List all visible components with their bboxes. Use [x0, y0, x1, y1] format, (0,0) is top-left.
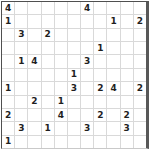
- cell-r10c11[interactable]: [134, 122, 146, 134]
- cell-r9c8: 2: [94, 109, 106, 121]
- cell-r11c2[interactable]: [15, 136, 27, 148]
- cell-r6c3[interactable]: [28, 69, 40, 81]
- cell-r9c5: 4: [55, 109, 67, 121]
- cell-r2c4[interactable]: [42, 15, 54, 27]
- cell-r11c1: 1: [2, 136, 14, 148]
- cell-r4c1[interactable]: [2, 42, 14, 54]
- cell-r3c4: 2: [42, 29, 54, 41]
- cell-r5c5[interactable]: [55, 55, 67, 67]
- cell-r10c5[interactable]: [55, 122, 67, 134]
- cell-r4c5[interactable]: [55, 42, 67, 54]
- cell-r9c1: 2: [2, 109, 14, 121]
- cell-r8c2[interactable]: [15, 96, 27, 108]
- cell-r2c5[interactable]: [55, 15, 67, 27]
- cell-r5c10[interactable]: [121, 55, 133, 67]
- cell-r2c7[interactable]: [81, 15, 93, 27]
- cell-r11c11[interactable]: [134, 136, 146, 148]
- cell-r2c11: 2: [134, 15, 146, 27]
- cell-r10c3[interactable]: [28, 122, 40, 134]
- cell-r1c8[interactable]: [94, 2, 106, 14]
- cell-r2c9: 1: [107, 15, 119, 27]
- cell-r6c7[interactable]: [81, 69, 93, 81]
- cell-r7c6: 3: [68, 82, 80, 94]
- cell-r7c9: 4: [107, 82, 119, 94]
- cell-r7c10[interactable]: [121, 82, 133, 94]
- cell-r11c7[interactable]: [81, 136, 93, 148]
- cell-r8c7[interactable]: [81, 96, 93, 108]
- cell-r5c7: 3: [81, 55, 93, 67]
- cell-r7c5[interactable]: [55, 82, 67, 94]
- cell-r10c1[interactable]: [2, 122, 14, 134]
- cell-r4c7[interactable]: [81, 42, 93, 54]
- cell-r8c5: 1: [55, 96, 67, 108]
- cell-r8c6[interactable]: [68, 96, 80, 108]
- cell-r3c3[interactable]: [28, 29, 40, 41]
- cell-r6c6: 1: [68, 69, 80, 81]
- cell-r5c1[interactable]: [2, 55, 14, 67]
- cell-r10c4: 1: [42, 122, 54, 134]
- cell-r6c8[interactable]: [94, 69, 106, 81]
- cell-r9c7[interactable]: [81, 109, 93, 121]
- cell-r11c10[interactable]: [121, 136, 133, 148]
- cell-r5c11[interactable]: [134, 55, 146, 67]
- cell-r3c10[interactable]: [121, 29, 133, 41]
- cell-r3c8[interactable]: [94, 29, 106, 41]
- cell-r9c3[interactable]: [28, 109, 40, 121]
- cell-r6c4[interactable]: [42, 69, 54, 81]
- cell-r9c6[interactable]: [68, 109, 80, 121]
- cell-r11c4[interactable]: [42, 136, 54, 148]
- cell-r7c4[interactable]: [42, 82, 54, 94]
- cell-r4c6[interactable]: [68, 42, 80, 54]
- cell-r4c10[interactable]: [121, 42, 133, 54]
- cell-r7c7[interactable]: [81, 82, 93, 94]
- cell-r3c5[interactable]: [55, 29, 67, 41]
- cell-r10c2: 3: [15, 122, 27, 134]
- cell-r6c2[interactable]: [15, 69, 27, 81]
- cell-r1c1: 4: [2, 2, 14, 14]
- cell-r10c10: 3: [121, 122, 133, 134]
- cell-r2c6[interactable]: [68, 15, 80, 27]
- cell-r9c10: 2: [121, 109, 133, 121]
- cell-r1c2[interactable]: [15, 2, 27, 14]
- cell-r7c8: 2: [94, 82, 106, 94]
- cell-r1c10[interactable]: [121, 2, 133, 14]
- cell-r8c11[interactable]: [134, 96, 146, 108]
- cell-r6c9[interactable]: [107, 69, 119, 81]
- cell-r7c1: 1: [2, 82, 14, 94]
- cell-r8c1[interactable]: [2, 96, 14, 108]
- cell-r6c11[interactable]: [134, 69, 146, 81]
- cell-r1c7: 4: [81, 2, 93, 14]
- cell-r11c3[interactable]: [28, 136, 40, 148]
- cell-r9c2[interactable]: [15, 109, 27, 121]
- cell-r8c4[interactable]: [42, 96, 54, 108]
- puzzle-board: 4411232114311324221242231331: [1, 1, 149, 149]
- cell-r1c4[interactable]: [42, 2, 54, 14]
- cell-r4c3[interactable]: [28, 42, 40, 54]
- cell-r2c2[interactable]: [15, 15, 27, 27]
- cell-r11c9[interactable]: [107, 136, 119, 148]
- cell-r4c8: 1: [94, 42, 106, 54]
- cell-r11c5[interactable]: [55, 136, 67, 148]
- cell-r3c7[interactable]: [81, 29, 93, 41]
- cell-r10c7: 3: [81, 122, 93, 134]
- cell-r1c9[interactable]: [107, 2, 119, 14]
- cell-r5c2: 1: [15, 55, 27, 67]
- cell-r4c4[interactable]: [42, 42, 54, 54]
- cell-r4c2[interactable]: [15, 42, 27, 54]
- cell-r3c9[interactable]: [107, 29, 119, 41]
- cell-r1c5[interactable]: [55, 2, 67, 14]
- cell-r9c9[interactable]: [107, 109, 119, 121]
- cell-r2c8[interactable]: [94, 15, 106, 27]
- cell-r5c6[interactable]: [68, 55, 80, 67]
- cell-r2c10[interactable]: [121, 15, 133, 27]
- cell-r2c3[interactable]: [28, 15, 40, 27]
- cell-r6c1[interactable]: [2, 69, 14, 81]
- cell-r4c11[interactable]: [134, 42, 146, 54]
- cell-r9c11[interactable]: [134, 109, 146, 121]
- cell-r7c3[interactable]: [28, 82, 40, 94]
- cell-r3c11[interactable]: [134, 29, 146, 41]
- cell-r6c10[interactable]: [121, 69, 133, 81]
- cell-r8c8[interactable]: [94, 96, 106, 108]
- cell-r9c4[interactable]: [42, 109, 54, 121]
- cell-r1c11[interactable]: [134, 2, 146, 14]
- cell-r1c3[interactable]: [28, 2, 40, 14]
- cell-r2c1: 1: [2, 15, 14, 27]
- cell-r7c11: 2: [134, 82, 146, 94]
- cell-r8c3: 2: [28, 96, 40, 108]
- cell-r5c4[interactable]: [42, 55, 54, 67]
- cell-r5c3: 4: [28, 55, 40, 67]
- cell-r5c8[interactable]: [94, 55, 106, 67]
- cell-r10c8[interactable]: [94, 122, 106, 134]
- cell-r7c2[interactable]: [15, 82, 27, 94]
- cell-r3c6[interactable]: [68, 29, 80, 41]
- cell-r8c10[interactable]: [121, 96, 133, 108]
- cell-r10c6[interactable]: [68, 122, 80, 134]
- cell-r3c2: 3: [15, 29, 27, 41]
- cell-r8c9[interactable]: [107, 96, 119, 108]
- cell-r6c5[interactable]: [55, 69, 67, 81]
- cell-r11c6[interactable]: [68, 136, 80, 148]
- cell-r1c6[interactable]: [68, 2, 80, 14]
- cell-r4c9[interactable]: [107, 42, 119, 54]
- cell-r3c1[interactable]: [2, 29, 14, 41]
- cell-r5c9[interactable]: [107, 55, 119, 67]
- cell-r11c8[interactable]: [94, 136, 106, 148]
- cell-r10c9[interactable]: [107, 122, 119, 134]
